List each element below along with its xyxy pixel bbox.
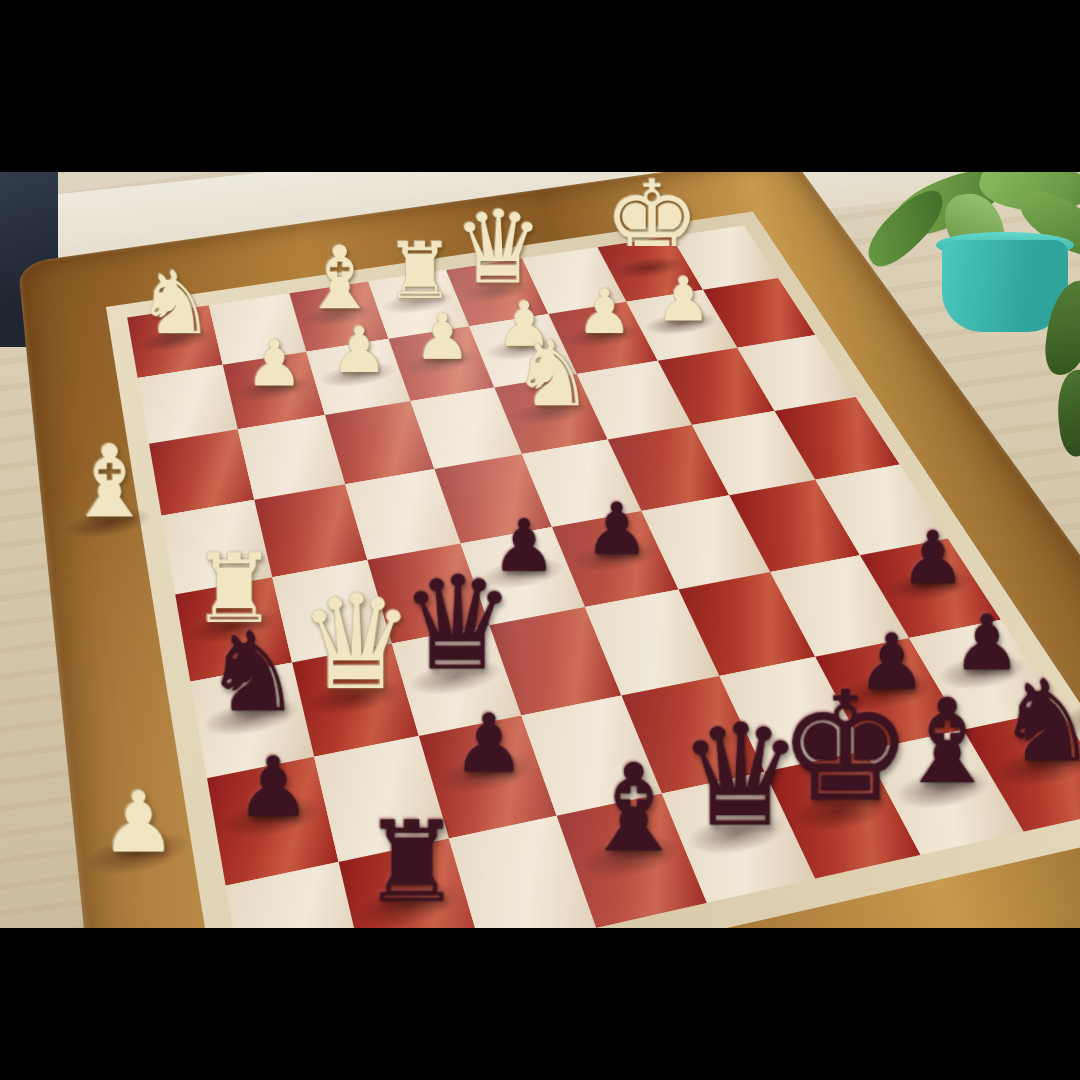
black-knight-glyph: ♞	[203, 620, 302, 724]
white-pawn-glyph: ♟	[414, 307, 471, 367]
black-pawn[interactable]: ♟	[419, 670, 558, 781]
white-pawn-glyph: ♟	[656, 270, 711, 328]
white-knight-glyph: ♞	[511, 330, 593, 417]
black-pawn-glyph: ♟	[236, 747, 310, 826]
letterbox-bottom	[0, 928, 1080, 1080]
white-pawn-glyph: ♟	[330, 319, 387, 379]
white-knight[interactable]: ♞	[122, 236, 229, 344]
black-pawn-glyph: ♟	[584, 495, 648, 563]
white-pawn-glyph: ♟	[101, 782, 177, 862]
black-pawn-glyph: ♟	[452, 705, 525, 782]
photo-stage: ♜♝♛♚♝♞♟♟♟♟♞♛♛♟♜♟♟♞♟♟♟♟♟♟♞♝♜♛♚♝♟♜	[0, 0, 1080, 1080]
black-bishop[interactable]: ♝	[560, 716, 705, 866]
black-rook-glyph: ♜	[361, 808, 461, 914]
white-knight[interactable]: ♞	[496, 303, 608, 417]
white-pawn[interactable]: ♟	[67, 747, 212, 863]
white-knight-glyph: ♞	[136, 262, 214, 345]
black-knight[interactable]: ♞	[185, 588, 320, 725]
white-pawn[interactable]: ♟	[219, 305, 329, 393]
letterbox-top	[0, 0, 1080, 172]
white-bishop-glyph: ♝	[65, 434, 155, 529]
black-rook[interactable]: ♜	[337, 775, 486, 914]
black-pawn[interactable]: ♟	[202, 712, 344, 826]
white-bishop[interactable]: ♝	[50, 405, 170, 529]
white-pawn-glyph: ♟	[245, 332, 303, 393]
black-bishop-glyph: ♝	[579, 751, 687, 866]
